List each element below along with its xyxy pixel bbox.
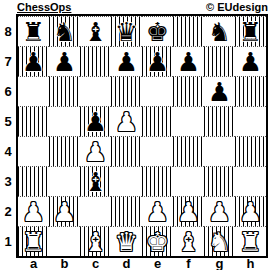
piece-black-pawn[interactable]: ♟	[84, 108, 107, 136]
square-a4[interactable]	[18, 136, 49, 166]
square-h5[interactable]	[235, 106, 266, 136]
square-a5[interactable]	[18, 106, 49, 136]
square-h6[interactable]	[235, 76, 266, 106]
square-g7[interactable]	[204, 46, 235, 76]
square-e2[interactable]: ♟	[142, 196, 173, 226]
square-h7[interactable]: ♟	[235, 46, 266, 76]
piece-white-knight[interactable]: ♞	[208, 228, 231, 256]
square-g8[interactable]: ♞	[204, 16, 235, 46]
square-a7[interactable]: ♟	[18, 46, 49, 76]
file-label-e: e	[142, 258, 173, 270]
square-b3[interactable]	[49, 166, 80, 196]
piece-white-pawn[interactable]: ♟	[177, 198, 200, 226]
piece-white-bishop[interactable]: ♝	[177, 228, 200, 256]
square-h4[interactable]	[235, 136, 266, 166]
square-g3[interactable]	[204, 166, 235, 196]
piece-black-pawn[interactable]: ♟	[53, 48, 76, 76]
piece-black-pawn[interactable]: ♟	[208, 78, 231, 106]
square-d7[interactable]: ♟	[111, 46, 142, 76]
square-b4[interactable]	[49, 136, 80, 166]
piece-black-rook[interactable]: ♜	[239, 18, 262, 46]
piece-black-queen[interactable]: ♛	[115, 18, 138, 46]
square-c7[interactable]	[80, 46, 111, 76]
square-f7[interactable]: ♟	[173, 46, 204, 76]
square-f8[interactable]	[173, 16, 204, 46]
file-label-f: f	[173, 258, 204, 270]
square-h1[interactable]: ♜	[235, 226, 266, 256]
piece-white-king[interactable]: ♚	[146, 228, 169, 256]
square-d6[interactable]	[111, 76, 142, 106]
square-c2[interactable]	[80, 196, 111, 226]
square-d1[interactable]: ♛	[111, 226, 142, 256]
piece-white-pawn[interactable]: ♟	[208, 198, 231, 226]
header: ChessOps © EUdesign	[0, 1, 270, 14]
square-h2[interactable]: ♟	[235, 196, 266, 226]
square-e4[interactable]	[142, 136, 173, 166]
square-a2[interactable]: ♟	[18, 196, 49, 226]
square-b5[interactable]	[49, 106, 80, 136]
file-label-c: c	[80, 258, 111, 270]
file-label-h: h	[235, 258, 266, 270]
square-a6[interactable]	[18, 76, 49, 106]
square-g5[interactable]	[204, 106, 235, 136]
piece-white-pawn[interactable]: ♟	[115, 108, 138, 136]
piece-black-king[interactable]: ♚	[146, 18, 169, 46]
rank-label-8: 8	[0, 16, 16, 46]
square-c3[interactable]: ♝	[80, 166, 111, 196]
piece-white-bishop[interactable]: ♝	[84, 228, 107, 256]
board-area: 87654321 ♜♞♝♛♚♞♜♟♟♟♟♟♟♟♟♟♟♝♟♟♟♟♟♟♜♝♛♚♝♞♜	[0, 14, 268, 258]
piece-black-pawn[interactable]: ♟	[22, 48, 45, 76]
piece-white-pawn[interactable]: ♟	[146, 198, 169, 226]
square-f2[interactable]: ♟	[173, 196, 204, 226]
piece-black-knight[interactable]: ♞	[208, 18, 231, 46]
square-h3[interactable]	[235, 166, 266, 196]
square-e5[interactable]	[142, 106, 173, 136]
square-h8[interactable]: ♜	[235, 16, 266, 46]
rank-label-1: 1	[0, 226, 16, 256]
rank-label-4: 4	[0, 136, 16, 166]
square-d3[interactable]	[111, 166, 142, 196]
file-label-b: b	[49, 258, 80, 270]
square-f3[interactable]	[173, 166, 204, 196]
square-c6[interactable]	[80, 76, 111, 106]
rank-label-7: 7	[0, 46, 16, 76]
square-e7[interactable]: ♟	[142, 46, 173, 76]
rank-label-2: 2	[0, 196, 16, 226]
chess-board: ♜♞♝♛♚♞♜♟♟♟♟♟♟♟♟♟♟♝♟♟♟♟♟♟♜♝♛♚♝♞♜	[16, 14, 268, 258]
piece-white-pawn[interactable]: ♟	[84, 138, 107, 166]
piece-black-bishop[interactable]: ♝	[84, 18, 107, 46]
square-d8[interactable]: ♛	[111, 16, 142, 46]
piece-black-bishop[interactable]: ♝	[84, 168, 107, 196]
file-label-g: g	[204, 258, 235, 270]
square-d2[interactable]	[111, 196, 142, 226]
piece-white-queen[interactable]: ♛	[115, 228, 138, 256]
square-g2[interactable]: ♟	[204, 196, 235, 226]
square-e8[interactable]: ♚	[142, 16, 173, 46]
square-b1[interactable]	[49, 226, 80, 256]
credit-label: © EUdesign	[206, 1, 268, 13]
square-b8[interactable]: ♞	[49, 16, 80, 46]
piece-black-pawn[interactable]: ♟	[239, 48, 262, 76]
square-e3[interactable]	[142, 166, 173, 196]
square-f6[interactable]	[173, 76, 204, 106]
square-g4[interactable]	[204, 136, 235, 166]
square-c4[interactable]: ♟	[80, 136, 111, 166]
piece-black-pawn[interactable]: ♟	[177, 48, 200, 76]
square-a3[interactable]	[18, 166, 49, 196]
app-title: ChessOps	[17, 1, 71, 13]
square-c1[interactable]: ♝	[80, 226, 111, 256]
file-labels: abcdefgh	[18, 258, 266, 270]
piece-black-pawn[interactable]: ♟	[146, 48, 169, 76]
square-f5[interactable]	[173, 106, 204, 136]
piece-black-knight[interactable]: ♞	[53, 18, 76, 46]
square-a8[interactable]: ♜	[18, 16, 49, 46]
piece-black-rook[interactable]: ♜	[22, 18, 45, 46]
square-b6[interactable]	[49, 76, 80, 106]
square-d5[interactable]: ♟	[111, 106, 142, 136]
square-b2[interactable]: ♟	[49, 196, 80, 226]
rank-label-5: 5	[0, 106, 16, 136]
piece-white-pawn[interactable]: ♟	[53, 198, 76, 226]
square-g6[interactable]: ♟	[204, 76, 235, 106]
piece-white-pawn[interactable]: ♟	[22, 198, 45, 226]
square-b7[interactable]: ♟	[49, 46, 80, 76]
square-a1[interactable]: ♜	[18, 226, 49, 256]
square-e6[interactable]	[142, 76, 173, 106]
square-e1[interactable]: ♚	[142, 226, 173, 256]
square-c5[interactable]: ♟	[80, 106, 111, 136]
square-d4[interactable]	[111, 136, 142, 166]
rank-label-6: 6	[0, 76, 16, 106]
rank-label-3: 3	[0, 166, 16, 196]
piece-white-pawn[interactable]: ♟	[239, 198, 262, 226]
square-f1[interactable]: ♝	[173, 226, 204, 256]
chessops-window: ChessOps © EUdesign 87654321 ♜♞♝♛♚♞♜♟♟♟♟…	[0, 0, 270, 270]
piece-white-rook[interactable]: ♜	[22, 228, 45, 256]
file-label-a: a	[18, 258, 49, 270]
square-c8[interactable]: ♝	[80, 16, 111, 46]
piece-white-rook[interactable]: ♜	[239, 228, 262, 256]
square-f4[interactable]	[173, 136, 204, 166]
square-g1[interactable]: ♞	[204, 226, 235, 256]
piece-black-pawn[interactable]: ♟	[115, 48, 138, 76]
file-label-d: d	[111, 258, 142, 270]
rank-labels: 87654321	[0, 14, 16, 258]
